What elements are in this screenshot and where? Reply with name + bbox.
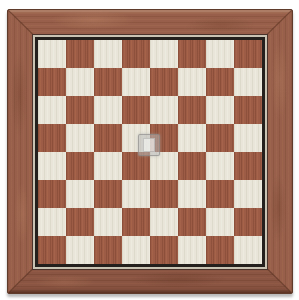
square-f3 bbox=[178, 180, 206, 208]
square-e2 bbox=[150, 208, 178, 236]
square-g4 bbox=[206, 152, 234, 180]
square-b6 bbox=[66, 96, 94, 124]
chessboard-product-photo bbox=[0, 0, 299, 300]
square-f4 bbox=[178, 152, 206, 180]
square-f1 bbox=[178, 236, 206, 264]
square-b8 bbox=[66, 40, 94, 68]
square-h8 bbox=[234, 40, 262, 68]
square-a8 bbox=[38, 40, 66, 68]
square-b1 bbox=[66, 236, 94, 264]
square-a4 bbox=[38, 152, 66, 180]
square-d1 bbox=[122, 236, 150, 264]
square-c2 bbox=[94, 208, 122, 236]
square-g2 bbox=[206, 208, 234, 236]
frame-top-rail bbox=[8, 10, 292, 35]
square-g5 bbox=[206, 124, 234, 152]
square-c8 bbox=[94, 40, 122, 68]
square-c6 bbox=[94, 96, 122, 124]
square-a3 bbox=[38, 180, 66, 208]
square-a2 bbox=[38, 208, 66, 236]
square-h6 bbox=[234, 96, 262, 124]
square-e1 bbox=[150, 236, 178, 264]
square-d6 bbox=[122, 96, 150, 124]
square-d8 bbox=[122, 40, 150, 68]
square-f2 bbox=[178, 208, 206, 236]
square-b7 bbox=[66, 68, 94, 96]
square-f6 bbox=[178, 96, 206, 124]
square-c5 bbox=[94, 124, 122, 152]
square-h2 bbox=[234, 208, 262, 236]
square-g6 bbox=[206, 96, 234, 124]
square-a1 bbox=[38, 236, 66, 264]
center-watermark-icon bbox=[138, 134, 160, 156]
square-g7 bbox=[206, 68, 234, 96]
square-b3 bbox=[66, 180, 94, 208]
square-d2 bbox=[122, 208, 150, 236]
square-e6 bbox=[150, 96, 178, 124]
square-h7 bbox=[234, 68, 262, 96]
square-e3 bbox=[150, 180, 178, 208]
square-f5 bbox=[178, 124, 206, 152]
square-f8 bbox=[178, 40, 206, 68]
frame-left-rail bbox=[8, 10, 33, 293]
square-d7 bbox=[122, 68, 150, 96]
square-g3 bbox=[206, 180, 234, 208]
square-b5 bbox=[66, 124, 94, 152]
square-c7 bbox=[94, 68, 122, 96]
square-g1 bbox=[206, 236, 234, 264]
square-h3 bbox=[234, 180, 262, 208]
square-g8 bbox=[206, 40, 234, 68]
square-e8 bbox=[150, 40, 178, 68]
square-h4 bbox=[234, 152, 262, 180]
watermark-inner-shape bbox=[143, 138, 155, 152]
square-c3 bbox=[94, 180, 122, 208]
square-h5 bbox=[234, 124, 262, 152]
square-h1 bbox=[234, 236, 262, 264]
square-b4 bbox=[66, 152, 94, 180]
square-a5 bbox=[38, 124, 66, 152]
square-f7 bbox=[178, 68, 206, 96]
square-e7 bbox=[150, 68, 178, 96]
frame-bottom-rail bbox=[8, 268, 292, 293]
frame-right-rail bbox=[267, 10, 292, 293]
square-b2 bbox=[66, 208, 94, 236]
square-c1 bbox=[94, 236, 122, 264]
square-a7 bbox=[38, 68, 66, 96]
square-a6 bbox=[38, 96, 66, 124]
square-c4 bbox=[94, 152, 122, 180]
square-d3 bbox=[122, 180, 150, 208]
